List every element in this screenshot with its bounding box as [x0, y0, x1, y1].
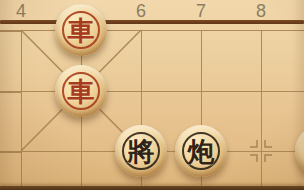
- chariot-glyph: 車: [55, 65, 107, 117]
- board-cell[interactable]: [22, 152, 82, 187]
- edge-partial-piece[interactable]: [295, 125, 304, 177]
- board-cell[interactable]: [142, 31, 202, 92]
- cannon-glyph: 炮: [175, 125, 227, 177]
- rank2-line-left: [0, 151, 21, 153]
- general-glyph: 將: [115, 125, 167, 177]
- black-cannon-piece[interactable]: 炮: [175, 125, 227, 177]
- file-label-4: 4: [9, 1, 33, 21]
- black-general-piece[interactable]: 將: [115, 125, 167, 177]
- file-label-8: 8: [249, 1, 273, 21]
- chariot-glyph: 車: [55, 4, 107, 56]
- unknown-glyph: [295, 125, 304, 177]
- rank0-line-left: [0, 30, 21, 32]
- board-cell[interactable]: [262, 31, 304, 92]
- bottom-edge-strip: [0, 186, 304, 190]
- file-label-7: 7: [189, 1, 213, 21]
- board-cell[interactable]: [202, 31, 262, 92]
- file-label-6: 6: [129, 1, 153, 21]
- rank1-line-left: [0, 91, 21, 93]
- red-chariot-a-piece[interactable]: 車: [55, 4, 107, 56]
- red-chariot-b-piece[interactable]: 車: [55, 65, 107, 117]
- xiangqi-board: 45678 車車將炮: [0, 0, 304, 190]
